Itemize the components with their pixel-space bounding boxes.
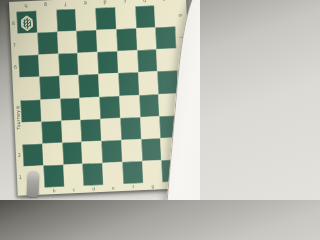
square-r2c4 [97,51,118,74]
square-r6c3 [82,141,103,164]
square-r5c1 [41,120,62,143]
chess-board: abcdefgh 87621 87654321 abcdefgh Tourney… [9,0,195,196]
square-r2c1 [38,54,59,77]
square-r7c5 [122,161,143,184]
square-r1c1 [37,32,58,55]
square-r0c5 [115,6,136,29]
square-r4c4 [99,96,120,119]
coordinate-label: f [123,184,143,191]
square-r3c5 [118,73,139,96]
square-r6c0 [22,143,43,166]
square-r6c5 [121,139,142,162]
coordinate-label: 8 [9,12,17,34]
square-r5c3 [81,119,102,142]
square-r4c0 [20,99,41,122]
coordinate-label: b [44,188,64,195]
square-r3c4 [98,73,119,96]
square-r4c1 [40,98,61,121]
square-r3c2 [59,75,80,98]
square-r7c1 [43,165,64,188]
square-r0c2 [56,9,77,32]
logo-diamond-outer [21,15,34,32]
square-r7c6 [142,160,163,183]
square-r5c4 [100,118,121,141]
square-r6c4 [101,140,122,163]
square-r7c3 [83,163,104,186]
coordinate-label: e [103,185,123,192]
knight-checkered-diamond-logo [20,14,35,33]
coordinate-label: 2 [15,144,23,166]
square-r0c1 [36,10,57,33]
square-r7c2 [63,164,84,187]
square-r5c6 [140,116,161,139]
square-r3c3 [79,74,100,97]
square-r4c6 [139,94,160,117]
square-r5c0 [21,121,42,144]
square-r1c4 [96,29,117,52]
square-r1c6 [136,28,157,51]
square-r4c3 [80,96,101,119]
logo-diamond-checker [23,17,32,29]
square-r7c4 [102,162,123,185]
square-r6c1 [42,142,63,165]
square-r6c6 [141,138,162,161]
coordinate-label: d [84,186,104,193]
coordinate-label: 7 [10,34,18,56]
square-r2c5 [117,51,138,74]
coordinate-label: g [143,183,163,190]
square-r1c2 [57,31,78,54]
square-r0c3 [76,8,97,31]
coordinate-label: 1 [16,166,24,188]
square-r1c5 [116,28,137,51]
coordinate-label: 6 [11,56,19,78]
square-r1c0 [17,33,38,56]
square-r3c6 [138,72,159,95]
coordinate-label: c [64,187,84,194]
square-r6c2 [62,142,83,165]
square-r3c0 [19,77,40,100]
square-r5c2 [61,119,82,142]
square-r2c0 [18,55,39,78]
square-r5c5 [120,117,141,140]
square-r0c6 [135,5,156,28]
square-r2c3 [78,52,99,75]
square-r4c5 [119,95,140,118]
square-r4c2 [60,97,81,120]
square-r0c4 [95,7,116,30]
square-r1c3 [77,30,98,53]
grey-game-piece [27,171,40,197]
square-r2c2 [58,53,79,76]
square-r3c1 [39,76,60,99]
square-r2c6 [137,50,158,73]
board-grid [16,5,182,189]
